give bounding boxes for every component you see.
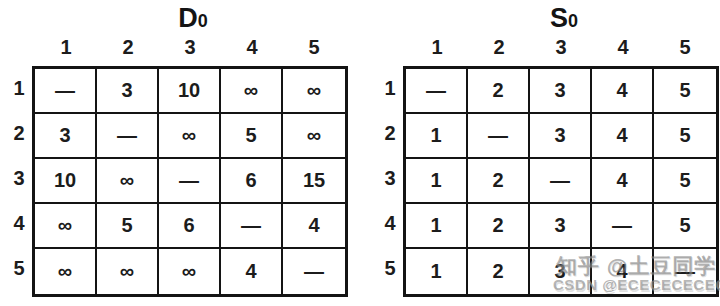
row-headers: 12345 bbox=[377, 66, 403, 297]
matrix-cell: 1 bbox=[406, 159, 468, 204]
col-header: 5 bbox=[283, 35, 345, 66]
col-header: 2 bbox=[97, 35, 159, 66]
distance-matrix-d0: D0 12345 12345 —310∞∞3—∞5∞10∞—615∞56—4∞∞… bbox=[6, 2, 355, 297]
matrix-cell: — bbox=[283, 249, 345, 294]
matrix-cell: ∞ bbox=[283, 69, 345, 114]
matrix-title-letter: D bbox=[178, 3, 198, 33]
matrix-cell: — bbox=[159, 159, 221, 204]
row-header: 2 bbox=[377, 111, 403, 156]
matrix-cell: 5 bbox=[654, 159, 716, 204]
column-headers: 12345 bbox=[35, 35, 351, 66]
matrix-title: S0 bbox=[406, 2, 720, 35]
matrix-cell: 15 bbox=[283, 159, 345, 204]
col-header: 5 bbox=[654, 35, 716, 66]
matrix-cell: 1 bbox=[406, 204, 468, 249]
matrix-cell: 3 bbox=[530, 114, 592, 159]
screenshot-root: D0 12345 12345 —310∞∞3—∞5∞10∞—615∞56—4∞∞… bbox=[0, 0, 720, 306]
matrix-cell: ∞ bbox=[159, 114, 221, 159]
matrix-cell: 3 bbox=[530, 204, 592, 249]
matrix-cell: 4 bbox=[592, 114, 654, 159]
matrix-cell: 10 bbox=[159, 69, 221, 114]
row-header: 4 bbox=[6, 201, 32, 246]
col-header: 2 bbox=[468, 35, 530, 66]
matrix-cell: — bbox=[530, 159, 592, 204]
row-header: 4 bbox=[377, 201, 403, 246]
col-header: 1 bbox=[406, 35, 468, 66]
matrix-cell: 5 bbox=[654, 69, 716, 114]
matrix-cell: 1 bbox=[406, 249, 468, 294]
matrix-cell: 3 bbox=[530, 69, 592, 114]
matrix-cell: 10 bbox=[35, 159, 97, 204]
matrix-cell: 2 bbox=[468, 204, 530, 249]
col-header: 4 bbox=[592, 35, 654, 66]
matrix-cell: ∞ bbox=[35, 249, 97, 294]
matrix-cell: ∞ bbox=[283, 114, 345, 159]
matrix-cell: 4 bbox=[221, 249, 283, 294]
matrix-title: D0 bbox=[35, 2, 351, 35]
matrix-cell: 5 bbox=[97, 204, 159, 249]
matrix-cell: 5 bbox=[654, 204, 716, 249]
matrix-cell: 2 bbox=[468, 249, 530, 294]
row-header: 3 bbox=[6, 156, 32, 201]
matrix-cell: ∞ bbox=[221, 69, 283, 114]
matrix-cell: — bbox=[221, 204, 283, 249]
row-header: 3 bbox=[377, 156, 403, 201]
matrix-title-subscript: 0 bbox=[568, 11, 578, 31]
matrix-cell: 2 bbox=[468, 69, 530, 114]
column-headers: 12345 bbox=[406, 35, 720, 66]
matrix-cell: 5 bbox=[654, 114, 716, 159]
col-header: 3 bbox=[530, 35, 592, 66]
matrix-cell: ∞ bbox=[35, 204, 97, 249]
matrix-cell: — bbox=[468, 114, 530, 159]
matrix-cell: 3 bbox=[97, 69, 159, 114]
row-header: 5 bbox=[377, 246, 403, 291]
matrix-cell: 5 bbox=[221, 114, 283, 159]
matrix-cell: — bbox=[97, 114, 159, 159]
row-header: 2 bbox=[6, 111, 32, 156]
row-header: 1 bbox=[6, 66, 32, 111]
col-header: 3 bbox=[159, 35, 221, 66]
matrix-body: 12345 —310∞∞3—∞5∞10∞—615∞56—4∞∞∞4— bbox=[6, 66, 355, 297]
matrix-cell: — bbox=[592, 204, 654, 249]
matrix-cell: 4 bbox=[283, 204, 345, 249]
matrix-title-letter: S bbox=[550, 3, 568, 33]
matrix-cell: ∞ bbox=[159, 249, 221, 294]
col-header: 1 bbox=[35, 35, 97, 66]
matrix-cell: 6 bbox=[159, 204, 221, 249]
matrix-cell: — bbox=[35, 69, 97, 114]
matrix-title-subscript: 0 bbox=[198, 11, 208, 31]
row-header: 5 bbox=[6, 246, 32, 291]
matrix-cell: ∞ bbox=[97, 249, 159, 294]
matrix-cell: 3 bbox=[35, 114, 97, 159]
col-header: 4 bbox=[221, 35, 283, 66]
csdn-watermark: CSDN @ECECECECEC bbox=[553, 276, 720, 293]
matrix-cell: 4 bbox=[592, 69, 654, 114]
matrix-cell: ∞ bbox=[97, 159, 159, 204]
matrix-cell: 1 bbox=[406, 114, 468, 159]
matrix-cell: — bbox=[406, 69, 468, 114]
matrix-cell: 2 bbox=[468, 159, 530, 204]
matrix-cell: 4 bbox=[592, 159, 654, 204]
row-headers: 12345 bbox=[6, 66, 32, 297]
matrix-grid: —310∞∞3—∞5∞10∞—615∞56—4∞∞∞4— bbox=[32, 66, 348, 297]
row-header: 1 bbox=[377, 66, 403, 111]
matrix-cell: 6 bbox=[221, 159, 283, 204]
